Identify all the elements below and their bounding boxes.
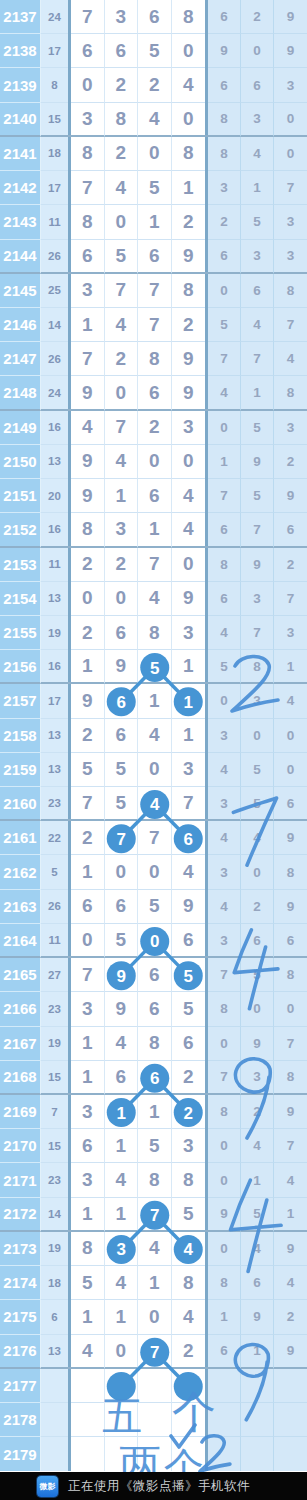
test-digit-cell: 3 bbox=[208, 787, 241, 821]
test-digit-cell: 3 bbox=[274, 240, 307, 274]
period-cell: 2169 bbox=[0, 1095, 41, 1129]
test-digit-cell: 5 bbox=[241, 787, 274, 821]
draw-digit-cell: 4 bbox=[105, 171, 139, 205]
period-cell: 2168 bbox=[0, 1061, 41, 1095]
test-digit-cell: 4 bbox=[274, 342, 307, 376]
draw-digit-cell: 1 bbox=[138, 684, 172, 718]
test-digit-cell: 6 bbox=[241, 274, 274, 308]
test-digit-cell: 1 bbox=[274, 1198, 307, 1232]
draw-digit-cell: 5 bbox=[105, 753, 139, 787]
draw-digit-cell: 4 bbox=[105, 308, 139, 342]
draw-digit-cell bbox=[138, 1403, 172, 1437]
test-digit-cell: 4 bbox=[208, 821, 241, 855]
test-digit-cell: 8 bbox=[208, 548, 241, 582]
number-grid: 2137247368629213817665090921398022466321… bbox=[0, 0, 307, 1472]
app-icon: 微影 bbox=[37, 1476, 58, 1497]
draw-digit-cell: 4 bbox=[172, 513, 206, 547]
sum-cell: 17 bbox=[41, 34, 68, 68]
test-digit-cell: 0 bbox=[274, 992, 307, 1026]
draw-digit-cell: 2 bbox=[105, 342, 139, 376]
draw-digit-cell: 2 bbox=[71, 719, 105, 753]
draw-digit-cell: 2 bbox=[172, 1335, 206, 1369]
sum-cell: 24 bbox=[41, 376, 68, 410]
sum-cell: 17 bbox=[41, 684, 68, 718]
draw-digit-cell: 9 bbox=[105, 650, 139, 684]
period-cell: 2163 bbox=[0, 890, 41, 924]
draw-digit-cell: 6 bbox=[105, 34, 139, 68]
test-digit-cell: 9 bbox=[274, 0, 307, 34]
draw-digit-cell: 4 bbox=[105, 1163, 139, 1197]
test-digit-cell bbox=[274, 1403, 307, 1437]
test-digit-cell: 4 bbox=[208, 753, 241, 787]
draw-digit-cell: 2 bbox=[172, 1061, 206, 1095]
test-digit-cell: 0 bbox=[208, 274, 241, 308]
test-digit-cell: 5 bbox=[241, 958, 274, 992]
draw-digit-cell: 7 bbox=[138, 274, 172, 308]
draw-digit-cell: 2 bbox=[138, 411, 172, 445]
draw-digit-cell: 9 bbox=[172, 240, 206, 274]
period-cell: 2154 bbox=[0, 582, 41, 616]
draw-digit-cell: 2 bbox=[172, 308, 206, 342]
draw-digit-cell: 7 bbox=[71, 958, 105, 992]
test-digit-cell: 9 bbox=[274, 1095, 307, 1129]
period-cell: 2145 bbox=[0, 274, 41, 308]
test-digit-cell: 9 bbox=[274, 34, 307, 68]
draw-digit-cell: 3 bbox=[172, 1129, 206, 1163]
draw-digit-cell: 8 bbox=[138, 342, 172, 376]
sum-cell: 11 bbox=[41, 205, 68, 239]
draw-digit-cell: 3 bbox=[172, 753, 206, 787]
test-digit-cell: 2 bbox=[274, 1300, 307, 1334]
test-digit-cell: 5 bbox=[241, 205, 274, 239]
test-digit-cell: 0 bbox=[208, 1129, 241, 1163]
period-cell: 2148 bbox=[0, 376, 41, 410]
sum-cell: 26 bbox=[41, 342, 68, 376]
test-digit-cell: 9 bbox=[241, 548, 274, 582]
test-digit-cell: 7 bbox=[208, 342, 241, 376]
sum-cell: 24 bbox=[41, 0, 68, 34]
sum-cell: 18 bbox=[41, 1266, 68, 1300]
test-digit-cell: 2 bbox=[241, 890, 274, 924]
draw-digit-cell bbox=[138, 1437, 172, 1471]
draw-digit-cell: 2 bbox=[172, 1095, 206, 1129]
sum-cell: 15 bbox=[41, 1129, 68, 1163]
draw-digit-cell: 4 bbox=[105, 1027, 139, 1061]
period-cell: 2137 bbox=[0, 0, 41, 34]
sum-cell: 23 bbox=[41, 992, 68, 1026]
test-digit-cell: 8 bbox=[208, 137, 241, 171]
period-cell: 2156 bbox=[0, 650, 41, 684]
draw-digit-cell: 9 bbox=[172, 582, 206, 616]
draw-digit-cell: 8 bbox=[138, 1027, 172, 1061]
test-digit-cell: 3 bbox=[241, 684, 274, 718]
draw-digit-cell: 1 bbox=[105, 1095, 139, 1129]
test-digit-cell: 4 bbox=[241, 137, 274, 171]
draw-digit-cell: 8 bbox=[105, 103, 139, 137]
sum-cell: 13 bbox=[41, 582, 68, 616]
draw-digit-cell: 8 bbox=[71, 205, 105, 239]
draw-digit-cell: 0 bbox=[138, 753, 172, 787]
sum-cell bbox=[41, 1403, 68, 1437]
test-digit-cell: 7 bbox=[274, 582, 307, 616]
draw-digit-cell bbox=[71, 1369, 105, 1403]
test-digit-cell: 3 bbox=[208, 719, 241, 753]
period-cell: 2161 bbox=[0, 821, 41, 855]
period-cell: 2178 bbox=[0, 1403, 41, 1437]
test-digit-cell: 1 bbox=[241, 1163, 274, 1197]
app-icon-text: 微影 bbox=[40, 1481, 56, 1492]
test-digit-cell: 2 bbox=[241, 1095, 274, 1129]
draw-digit-cell: 4 bbox=[138, 1232, 172, 1266]
test-digit-cell: 3 bbox=[274, 205, 307, 239]
test-digit-cell: 3 bbox=[208, 855, 241, 889]
draw-digit-cell: 8 bbox=[172, 1163, 206, 1197]
draw-digit-cell: 6 bbox=[138, 240, 172, 274]
period-cell: 2141 bbox=[0, 137, 41, 171]
test-digit-cell: 0 bbox=[274, 719, 307, 753]
draw-digit-cell: 4 bbox=[138, 719, 172, 753]
test-digit-cell: 9 bbox=[241, 445, 274, 479]
test-digit-cell: 6 bbox=[274, 513, 307, 547]
sum-cell: 14 bbox=[41, 308, 68, 342]
draw-digit-cell: 1 bbox=[138, 205, 172, 239]
draw-digit-cell: 0 bbox=[138, 445, 172, 479]
test-digit-cell: 3 bbox=[241, 103, 274, 137]
draw-digit-cell: 3 bbox=[71, 992, 105, 1026]
sum-cell: 27 bbox=[41, 958, 68, 992]
draw-digit-cell: 8 bbox=[172, 274, 206, 308]
draw-digit-cell: 4 bbox=[172, 855, 206, 889]
draw-digit-cell: 2 bbox=[71, 821, 105, 855]
draw-digit-cell: 5 bbox=[138, 34, 172, 68]
draw-digit-cell: 3 bbox=[172, 411, 206, 445]
period-cell: 2171 bbox=[0, 1163, 41, 1197]
draw-digit-cell: 4 bbox=[172, 479, 206, 513]
period-cell: 2176 bbox=[0, 1335, 41, 1369]
draw-digit-cell: 7 bbox=[105, 821, 139, 855]
period-cell: 2142 bbox=[0, 171, 41, 205]
period-cell: 2165 bbox=[0, 958, 41, 992]
test-digit-cell: 4 bbox=[208, 890, 241, 924]
test-digit-cell: 8 bbox=[208, 992, 241, 1026]
test-digit-cell: 9 bbox=[274, 479, 307, 513]
draw-digit-cell: 4 bbox=[105, 445, 139, 479]
test-digit-cell: 6 bbox=[274, 787, 307, 821]
period-cell: 2139 bbox=[0, 68, 41, 102]
draw-digit-cell: 0 bbox=[105, 205, 139, 239]
draw-digit-cell: 1 bbox=[71, 1300, 105, 1334]
test-digit-cell: 0 bbox=[208, 1232, 241, 1266]
draw-digit-cell: 6 bbox=[105, 616, 139, 650]
period-cell: 2151 bbox=[0, 479, 41, 513]
draw-digit-cell: 6 bbox=[172, 924, 206, 958]
test-digit-cell: 0 bbox=[274, 137, 307, 171]
test-digit-cell: 9 bbox=[208, 34, 241, 68]
draw-digit-cell: 4 bbox=[172, 1300, 206, 1334]
status-bar[interactable]: 微影 正在使用《微影点播》手机软件 bbox=[0, 1472, 307, 1500]
sum-cell: 7 bbox=[41, 1095, 68, 1129]
test-digit-cell: 6 bbox=[208, 1335, 241, 1369]
sum-cell bbox=[41, 1369, 68, 1403]
draw-digit-cell: 9 bbox=[105, 992, 139, 1026]
period-cell: 2167 bbox=[0, 1027, 41, 1061]
draw-digit-cell: 7 bbox=[138, 821, 172, 855]
test-digit-cell: 2 bbox=[208, 205, 241, 239]
draw-digit-cell: 1 bbox=[71, 308, 105, 342]
test-digit-cell: 8 bbox=[274, 855, 307, 889]
test-digit-cell: 7 bbox=[241, 513, 274, 547]
test-digit-cell: 1 bbox=[241, 1335, 274, 1369]
test-digit-cell: 2 bbox=[241, 0, 274, 34]
draw-digit-cell: 8 bbox=[71, 1232, 105, 1266]
test-digit-cell: 4 bbox=[208, 376, 241, 410]
draw-digit-cell: 7 bbox=[138, 548, 172, 582]
test-digit-cell: 3 bbox=[208, 924, 241, 958]
draw-digit-cell: 6 bbox=[138, 958, 172, 992]
draw-digit-cell: 9 bbox=[172, 376, 206, 410]
test-digit-cell: 0 bbox=[274, 103, 307, 137]
draw-digit-cell: 1 bbox=[105, 479, 139, 513]
period-cell: 2160 bbox=[0, 787, 41, 821]
draw-digit-cell bbox=[172, 1437, 206, 1471]
draw-digit-cell: 8 bbox=[138, 616, 172, 650]
draw-digit-cell bbox=[138, 1369, 172, 1403]
draw-digit-cell: 4 bbox=[172, 68, 206, 102]
draw-digit-cell: 3 bbox=[105, 1232, 139, 1266]
draw-digit-cell: 3 bbox=[172, 616, 206, 650]
draw-digit-cell: 0 bbox=[172, 103, 206, 137]
draw-digit-cell: 1 bbox=[71, 855, 105, 889]
draw-digit-cell: 4 bbox=[138, 582, 172, 616]
draw-digit-cell: 1 bbox=[172, 719, 206, 753]
period-cell: 2150 bbox=[0, 445, 41, 479]
test-digit-cell: 0 bbox=[208, 1163, 241, 1197]
draw-digit-cell: 1 bbox=[172, 684, 206, 718]
period-cell: 2149 bbox=[0, 411, 41, 445]
draw-digit-cell: 5 bbox=[172, 1198, 206, 1232]
draw-digit-cell: 1 bbox=[105, 1198, 139, 1232]
test-digit-cell: 0 bbox=[241, 719, 274, 753]
test-digit-cell: 6 bbox=[274, 924, 307, 958]
sum-cell: 16 bbox=[41, 650, 68, 684]
test-digit-cell: 7 bbox=[241, 342, 274, 376]
draw-digit-cell: 6 bbox=[105, 1061, 139, 1095]
test-digit-cell: 8 bbox=[274, 1061, 307, 1095]
draw-digit-cell: 9 bbox=[172, 342, 206, 376]
test-digit-cell: 8 bbox=[208, 103, 241, 137]
test-digit-cell bbox=[274, 1437, 307, 1471]
draw-digit-cell: 9 bbox=[105, 958, 139, 992]
draw-digit-cell: 5 bbox=[71, 1266, 105, 1300]
test-digit-cell: 5 bbox=[208, 308, 241, 342]
period-cell: 2140 bbox=[0, 103, 41, 137]
test-digit-cell: 9 bbox=[274, 1335, 307, 1369]
sum-cell: 26 bbox=[41, 890, 68, 924]
test-digit-cell: 4 bbox=[241, 308, 274, 342]
draw-digit-cell: 4 bbox=[105, 1266, 139, 1300]
draw-digit-cell: 4 bbox=[71, 411, 105, 445]
draw-digit-cell: 8 bbox=[71, 137, 105, 171]
draw-digit-cell: 1 bbox=[138, 1266, 172, 1300]
draw-digit-cell: 6 bbox=[71, 240, 105, 274]
period-cell: 2158 bbox=[0, 719, 41, 753]
test-digit-cell bbox=[208, 1403, 241, 1437]
period-cell: 2179 bbox=[0, 1437, 41, 1471]
test-digit-cell: 1 bbox=[208, 1300, 241, 1334]
draw-digit-cell: 1 bbox=[172, 171, 206, 205]
draw-digit-cell: 0 bbox=[71, 924, 105, 958]
draw-digit-cell: 1 bbox=[105, 1129, 139, 1163]
draw-digit-cell: 0 bbox=[138, 1300, 172, 1334]
draw-digit-cell: 6 bbox=[71, 1129, 105, 1163]
period-cell: 2166 bbox=[0, 992, 41, 1026]
period-cell: 2152 bbox=[0, 513, 41, 547]
test-digit-cell: 7 bbox=[241, 616, 274, 650]
draw-digit-cell: 1 bbox=[71, 650, 105, 684]
draw-digit-cell: 0 bbox=[172, 445, 206, 479]
test-digit-cell: 7 bbox=[208, 958, 241, 992]
draw-digit-cell: 1 bbox=[71, 1027, 105, 1061]
test-digit-cell bbox=[208, 1437, 241, 1471]
sum-cell: 20 bbox=[41, 479, 68, 513]
period-cell: 2155 bbox=[0, 616, 41, 650]
draw-digit-cell: 7 bbox=[71, 0, 105, 34]
draw-digit-cell: 3 bbox=[105, 0, 139, 34]
test-digit-cell bbox=[241, 1403, 274, 1437]
draw-digit-cell: 2 bbox=[172, 205, 206, 239]
test-digit-cell: 8 bbox=[208, 1095, 241, 1129]
test-digit-cell: 7 bbox=[274, 171, 307, 205]
test-digit-cell: 7 bbox=[274, 308, 307, 342]
draw-digit-cell: 5 bbox=[172, 992, 206, 1026]
draw-digit-cell: 9 bbox=[172, 890, 206, 924]
draw-digit-cell: 5 bbox=[172, 958, 206, 992]
draw-digit-cell: 0 bbox=[71, 582, 105, 616]
draw-digit-cell: 8 bbox=[172, 1266, 206, 1300]
draw-digit-cell: 0 bbox=[105, 582, 139, 616]
test-digit-cell: 3 bbox=[274, 411, 307, 445]
period-cell: 2170 bbox=[0, 1129, 41, 1163]
sum-cell: 14 bbox=[41, 1198, 68, 1232]
sum-cell: 13 bbox=[41, 1335, 68, 1369]
draw-digit-cell: 7 bbox=[105, 274, 139, 308]
period-cell: 2147 bbox=[0, 342, 41, 376]
test-digit-cell: 9 bbox=[274, 890, 307, 924]
status-bar-text: 正在使用《微影点播》手机软件 bbox=[68, 1478, 250, 1495]
sum-cell: 11 bbox=[41, 924, 68, 958]
draw-digit-cell: 0 bbox=[172, 34, 206, 68]
sum-cell: 19 bbox=[41, 616, 68, 650]
test-digit-cell bbox=[241, 1437, 274, 1471]
draw-digit-cell: 2 bbox=[138, 68, 172, 102]
trend-chart-screen: 2137247368629213817665090921398022466321… bbox=[0, 0, 307, 1500]
test-digit-cell: 4 bbox=[241, 1232, 274, 1266]
draw-digit-cell: 4 bbox=[138, 103, 172, 137]
test-digit-cell: 4 bbox=[241, 1129, 274, 1163]
draw-digit-cell: 2 bbox=[105, 548, 139, 582]
draw-digit-cell: 9 bbox=[71, 479, 105, 513]
draw-digit-cell: 0 bbox=[105, 376, 139, 410]
draw-digit-cell: 7 bbox=[172, 787, 206, 821]
period-cell: 2138 bbox=[0, 34, 41, 68]
test-digit-cell: 5 bbox=[241, 479, 274, 513]
draw-digit-cell: 5 bbox=[138, 890, 172, 924]
draw-digit-cell: 6 bbox=[138, 0, 172, 34]
draw-digit-cell: 1 bbox=[71, 1061, 105, 1095]
test-digit-cell: 8 bbox=[274, 376, 307, 410]
draw-digit-cell: 6 bbox=[138, 376, 172, 410]
draw-digit-cell: 0 bbox=[138, 924, 172, 958]
test-digit-cell: 8 bbox=[274, 274, 307, 308]
draw-digit-cell: 1 bbox=[138, 1095, 172, 1129]
draw-digit-cell: 0 bbox=[71, 68, 105, 102]
period-cell: 2172 bbox=[0, 1198, 41, 1232]
draw-digit-cell: 1 bbox=[105, 1300, 139, 1334]
test-digit-cell: 7 bbox=[274, 1129, 307, 1163]
test-digit-cell: 5 bbox=[241, 1198, 274, 1232]
draw-digit-cell: 7 bbox=[71, 787, 105, 821]
draw-digit-cell: 0 bbox=[138, 855, 172, 889]
draw-digit-cell: 6 bbox=[71, 34, 105, 68]
draw-digit-cell: 6 bbox=[105, 684, 139, 718]
draw-digit-cell: 0 bbox=[138, 137, 172, 171]
draw-digit-cell: 5 bbox=[105, 240, 139, 274]
period-cell: 2177 bbox=[0, 1369, 41, 1403]
test-digit-cell: 4 bbox=[274, 1163, 307, 1197]
draw-digit-cell: 7 bbox=[138, 308, 172, 342]
test-digit-cell: 3 bbox=[274, 616, 307, 650]
period-cell: 2157 bbox=[0, 684, 41, 718]
draw-digit-cell: 6 bbox=[105, 890, 139, 924]
draw-digit-cell: 8 bbox=[138, 1163, 172, 1197]
test-digit-cell: 4 bbox=[274, 1266, 307, 1300]
draw-digit-cell bbox=[71, 1437, 105, 1471]
sum-cell: 25 bbox=[41, 274, 68, 308]
draw-digit-cell: 7 bbox=[138, 1335, 172, 1369]
test-digit-cell: 3 bbox=[241, 1061, 274, 1095]
draw-digit-cell: 5 bbox=[138, 171, 172, 205]
period-cell: 2143 bbox=[0, 205, 41, 239]
test-digit-cell: 0 bbox=[208, 411, 241, 445]
draw-digit-cell: 8 bbox=[172, 0, 206, 34]
period-cell: 2174 bbox=[0, 1266, 41, 1300]
draw-digit-cell: 5 bbox=[105, 924, 139, 958]
test-digit-cell bbox=[274, 1369, 307, 1403]
sum-cell: 19 bbox=[41, 1027, 68, 1061]
sum-cell: 16 bbox=[41, 513, 68, 547]
sum-cell: 22 bbox=[41, 821, 68, 855]
draw-digit-cell bbox=[172, 1369, 206, 1403]
sum-cell: 15 bbox=[41, 1061, 68, 1095]
period-cell: 2153 bbox=[0, 548, 41, 582]
draw-digit-cell: 6 bbox=[138, 1061, 172, 1095]
test-digit-cell: 1 bbox=[274, 650, 307, 684]
test-digit-cell: 6 bbox=[208, 68, 241, 102]
draw-digit-cell: 3 bbox=[71, 274, 105, 308]
draw-digit-cell: 2 bbox=[105, 68, 139, 102]
sum-cell: 15 bbox=[41, 103, 68, 137]
test-digit-cell: 0 bbox=[208, 684, 241, 718]
period-cell: 2173 bbox=[0, 1232, 41, 1266]
test-digit-cell: 9 bbox=[208, 1198, 241, 1232]
test-digit-cell: 6 bbox=[241, 1266, 274, 1300]
draw-digit-cell: 2 bbox=[71, 548, 105, 582]
draw-digit-cell: 5 bbox=[105, 787, 139, 821]
draw-digit-cell: 1 bbox=[138, 513, 172, 547]
draw-digit-cell bbox=[71, 1403, 105, 1437]
sum-cell: 13 bbox=[41, 753, 68, 787]
draw-digit-cell: 0 bbox=[105, 855, 139, 889]
